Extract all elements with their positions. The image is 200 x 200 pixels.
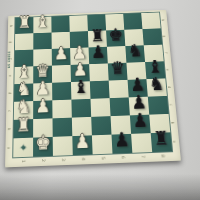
square-h1[interactable]: ♜ [15,17,33,34]
chess-mat: hgfedcba hgfedcba 12345678 US CHESS ♜♝♜♚… [5,10,181,168]
square-c4[interactable] [71,99,91,118]
white-pawn[interactable]: ♟ [72,129,92,153]
white-rook[interactable]: ♜ [14,113,34,136]
table-shadow [0,174,200,200]
square-f7[interactable]: ♞ [125,45,145,62]
square-a3[interactable] [53,136,73,156]
square-b1[interactable]: ♜ [14,119,34,138]
white-rook[interactable]: ♜ [15,12,33,32]
square-e3[interactable] [52,65,71,83]
black-queen[interactable]: ♛ [107,57,127,78]
square-b3[interactable] [52,118,72,137]
white-bishop[interactable]: ♝ [33,11,51,31]
white-pawn[interactable]: ♟ [52,42,71,63]
square-c6[interactable] [110,97,130,116]
black-knight[interactable]: ♞ [125,40,145,61]
square-a7[interactable] [131,133,152,153]
square-e6[interactable]: ♛ [108,63,128,81]
black-knight[interactable]: ♞ [146,72,167,94]
square-f5[interactable]: ♟ [89,47,108,64]
square-g8[interactable] [142,28,162,45]
square-a1[interactable]: ✦✦ [13,138,33,158]
square-c3[interactable] [52,100,72,119]
black-king[interactable]: ♚ [106,24,125,44]
square-d4[interactable]: ♝ [71,81,91,99]
square-d6[interactable] [109,80,129,98]
square-c8[interactable] [148,96,169,115]
square-h7[interactable] [123,13,142,30]
square-g1[interactable] [15,33,33,50]
us-chess-logo-icon: ✦✦ [17,141,30,154]
white-king[interactable]: ♚ [33,130,53,154]
square-d8[interactable]: ♞ [146,78,166,96]
square-h3[interactable] [51,16,69,33]
square-c5[interactable] [90,98,110,117]
board-perspective-wrap: hgfedcba hgfedcba 12345678 US CHESS ♜♝♜♚… [5,10,181,168]
photo-background: hgfedcba hgfedcba 12345678 US CHESS ♜♝♜♚… [0,0,200,200]
square-a2[interactable]: ♚ [33,137,53,157]
square-a5[interactable] [92,135,113,155]
black-pawn[interactable]: ♟ [111,127,132,151]
square-c2[interactable]: ♟ [33,100,52,119]
black-bishop[interactable]: ♝ [71,75,91,97]
square-d3[interactable] [52,82,71,100]
square-e5[interactable] [89,63,109,81]
white-pawn[interactable]: ♟ [33,94,52,117]
black-pawn[interactable]: ♟ [88,41,107,62]
square-g2[interactable] [33,33,51,50]
square-d5[interactable] [90,81,110,99]
square-a6[interactable]: ♟ [111,134,132,154]
black-pawn[interactable]: ♟ [129,108,150,131]
chess-board: ♜♝♜♚♟♟♟♞♝♛♟♛♝♞♟♝♟♞♞♟♟♜♟✦✦♚♟♟♜ [13,12,172,157]
square-h8[interactable] [141,12,160,29]
square-a4[interactable]: ♟ [72,135,92,155]
square-a8[interactable]: ♜ [151,132,172,152]
square-h4[interactable] [69,15,88,32]
black-rook[interactable]: ♜ [150,126,172,150]
square-b7[interactable]: ♟ [130,115,151,134]
square-h2[interactable]: ♝ [33,17,51,34]
square-g6[interactable]: ♚ [106,30,125,47]
square-b5[interactable] [91,116,111,135]
square-f3[interactable]: ♟ [52,48,71,65]
